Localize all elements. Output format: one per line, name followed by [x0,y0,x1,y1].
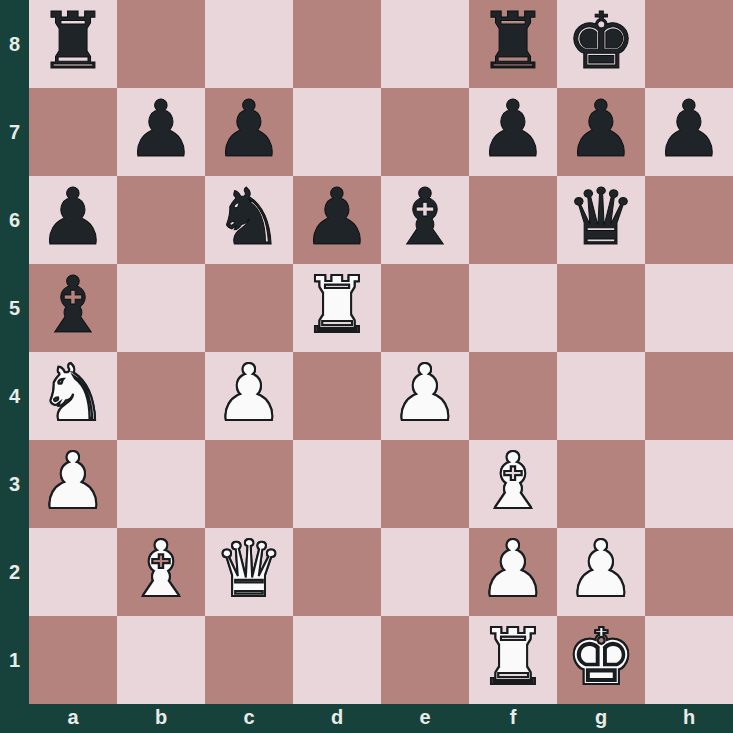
square-e8[interactable] [381,0,469,88]
square-b4[interactable] [117,352,205,440]
square-g2[interactable]: ♟ [557,528,645,616]
square-b1[interactable] [117,616,205,704]
square-b5[interactable] [117,264,205,352]
square-b3[interactable] [117,440,205,528]
file-label-c: c [205,704,293,733]
square-f8[interactable]: ♜ [469,0,557,88]
square-a4[interactable]: ♞ [29,352,117,440]
square-h6[interactable] [645,176,733,264]
piece-white-knight[interactable]: ♞ [38,349,108,437]
square-f6[interactable] [469,176,557,264]
piece-black-pawn[interactable]: ♟ [566,85,636,173]
piece-white-pawn[interactable]: ♟ [38,437,108,525]
rank-label-6: 6 [0,176,29,264]
piece-black-pawn[interactable]: ♟ [214,85,284,173]
square-c2[interactable]: ♛ [205,528,293,616]
piece-white-queen[interactable]: ♛ [214,525,284,613]
square-h1[interactable] [645,616,733,704]
square-f7[interactable]: ♟ [469,88,557,176]
square-f2[interactable]: ♟ [469,528,557,616]
square-g7[interactable]: ♟ [557,88,645,176]
rank-label-4: 4 [0,352,29,440]
piece-black-queen[interactable]: ♛ [566,173,636,261]
square-c6[interactable]: ♞ [205,176,293,264]
square-d5[interactable]: ♜ [293,264,381,352]
rank-label-1: 1 [0,616,29,704]
square-g8[interactable]: ♚ [557,0,645,88]
square-h7[interactable]: ♟ [645,88,733,176]
square-c7[interactable]: ♟ [205,88,293,176]
square-e2[interactable] [381,528,469,616]
square-g4[interactable] [557,352,645,440]
square-b8[interactable] [117,0,205,88]
square-e5[interactable] [381,264,469,352]
piece-black-pawn[interactable]: ♟ [302,173,372,261]
square-d2[interactable] [293,528,381,616]
square-c4[interactable]: ♟ [205,352,293,440]
square-a3[interactable]: ♟ [29,440,117,528]
square-f4[interactable] [469,352,557,440]
square-h8[interactable] [645,0,733,88]
square-a6[interactable]: ♟ [29,176,117,264]
piece-black-bishop[interactable]: ♝ [390,173,460,261]
file-label-f: f [469,704,557,733]
square-c3[interactable] [205,440,293,528]
piece-white-bishop[interactable]: ♝ [126,525,196,613]
piece-white-pawn[interactable]: ♟ [566,525,636,613]
square-d1[interactable] [293,616,381,704]
rank-label-5: 5 [0,264,29,352]
piece-black-pawn[interactable]: ♟ [126,85,196,173]
square-g5[interactable] [557,264,645,352]
chess-board-frame: 8♜♜♚7♟♟♟♟♟6♟♞♟♝♛5♝♜4♞♟♟3♟♝2♝♛♟♟1♜♚abcdef… [0,0,733,733]
square-f1[interactable]: ♜ [469,616,557,704]
square-b7[interactable]: ♟ [117,88,205,176]
square-b6[interactable] [117,176,205,264]
square-g1[interactable]: ♚ [557,616,645,704]
piece-white-pawn[interactable]: ♟ [214,349,284,437]
square-d3[interactable] [293,440,381,528]
square-a2[interactable] [29,528,117,616]
file-label-d: d [293,704,381,733]
square-a8[interactable]: ♜ [29,0,117,88]
square-d7[interactable] [293,88,381,176]
rank-label-2: 2 [0,528,29,616]
piece-white-pawn[interactable]: ♟ [390,349,460,437]
file-label-a: a [29,704,117,733]
piece-black-rook[interactable]: ♜ [478,0,548,85]
square-h2[interactable] [645,528,733,616]
rank-label-3: 3 [0,440,29,528]
file-label-g: g [557,704,645,733]
piece-black-rook[interactable]: ♜ [38,0,108,85]
square-d6[interactable]: ♟ [293,176,381,264]
piece-black-knight[interactable]: ♞ [214,173,284,261]
file-label-h: h [645,704,733,733]
piece-white-rook[interactable]: ♜ [478,613,548,701]
piece-white-pawn[interactable]: ♟ [478,525,548,613]
square-h5[interactable] [645,264,733,352]
square-a5[interactable]: ♝ [29,264,117,352]
square-c8[interactable] [205,0,293,88]
square-a1[interactable] [29,616,117,704]
square-c1[interactable] [205,616,293,704]
square-d8[interactable] [293,0,381,88]
square-e3[interactable] [381,440,469,528]
rank-label-8: 8 [0,0,29,88]
frame-corner [0,704,29,733]
piece-black-pawn[interactable]: ♟ [654,85,724,173]
square-g6[interactable]: ♛ [557,176,645,264]
piece-white-king[interactable]: ♚ [566,613,636,701]
square-e7[interactable] [381,88,469,176]
square-a7[interactable] [29,88,117,176]
square-d4[interactable] [293,352,381,440]
square-g3[interactable] [557,440,645,528]
square-b2[interactable]: ♝ [117,528,205,616]
square-h3[interactable] [645,440,733,528]
square-h4[interactable] [645,352,733,440]
square-f3[interactable]: ♝ [469,440,557,528]
file-label-e: e [381,704,469,733]
piece-white-bishop[interactable]: ♝ [478,437,548,525]
rank-label-7: 7 [0,88,29,176]
piece-white-rook[interactable]: ♜ [302,261,372,349]
square-e6[interactable]: ♝ [381,176,469,264]
piece-black-bishop[interactable]: ♝ [38,261,108,349]
piece-black-king[interactable]: ♚ [566,0,636,85]
square-f5[interactable] [469,264,557,352]
square-c5[interactable] [205,264,293,352]
square-e4[interactable]: ♟ [381,352,469,440]
piece-black-pawn[interactable]: ♟ [478,85,548,173]
square-e1[interactable] [381,616,469,704]
file-label-b: b [117,704,205,733]
piece-black-pawn[interactable]: ♟ [38,173,108,261]
